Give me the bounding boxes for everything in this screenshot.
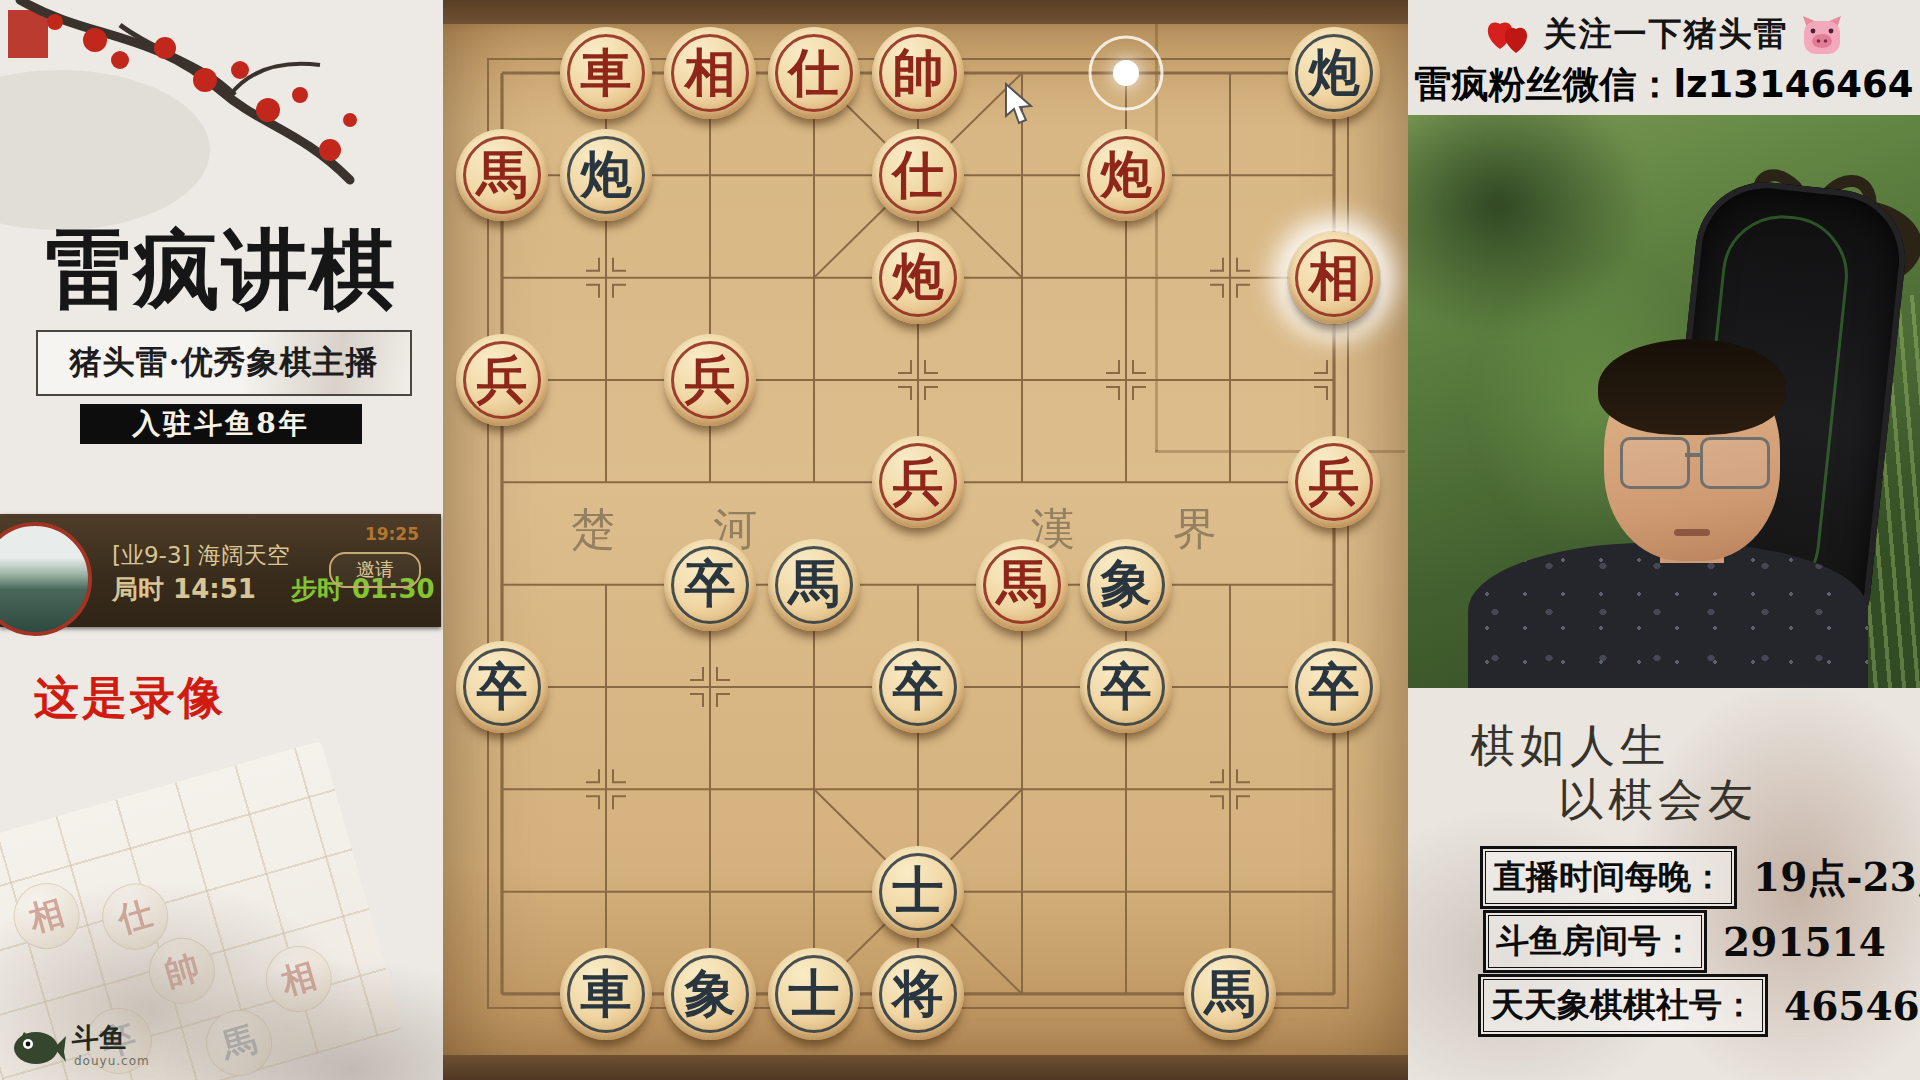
- xiangqi-piece-black-卒[interactable]: 卒: [456, 641, 548, 733]
- board-point[interactable]: 馬: [450, 124, 554, 226]
- board-point[interactable]: 兵: [1282, 431, 1386, 533]
- piece-glyph: 卒: [893, 653, 944, 722]
- board-point[interactable]: [658, 431, 762, 533]
- xiangqi-piece-black-馬[interactable]: 馬: [1184, 948, 1276, 1040]
- board-point[interactable]: [1282, 534, 1386, 636]
- board-point[interactable]: [658, 124, 762, 226]
- board-point[interactable]: [762, 738, 866, 840]
- streamer-hair: [1598, 339, 1786, 435]
- board-point[interactable]: 炮: [866, 227, 970, 329]
- board-point[interactable]: [554, 841, 658, 943]
- piece-glyph: 卒: [477, 653, 528, 722]
- streamer-mouth: [1674, 529, 1710, 536]
- glasses-bridge: [1685, 453, 1701, 457]
- board-point[interactable]: [762, 227, 866, 329]
- piece-glyph: 兵: [893, 448, 944, 517]
- douyu-url-text: douyu.com: [74, 1054, 150, 1068]
- board-point[interactable]: [658, 738, 762, 840]
- xiangqi-piece-black-象[interactable]: 象: [1080, 539, 1172, 631]
- board-point[interactable]: 兵: [658, 329, 762, 431]
- club-label: 天天象棋棋社号：: [1478, 974, 1768, 1037]
- xiangqi-board[interactable]: 楚 河 漢 界 車相仕帥炮馬炮仕炮炮相兵兵兵兵卒馬馬象卒卒卒卒士車象士将馬: [443, 0, 1408, 1080]
- board-point[interactable]: 象: [1074, 534, 1178, 636]
- board-point[interactable]: [1282, 841, 1386, 943]
- board-point[interactable]: 炮: [554, 124, 658, 226]
- board-point[interactable]: 相: [658, 22, 762, 124]
- piece-glyph: 車: [581, 960, 632, 1029]
- board-point[interactable]: [450, 22, 554, 124]
- board-point[interactable]: [658, 636, 762, 738]
- xiangqi-piece-red-仕[interactable]: 仕: [768, 27, 860, 119]
- board-point[interactable]: [1178, 22, 1282, 124]
- wechat-line: 雷疯粉丝微信：lz13146464: [1408, 60, 1920, 110]
- xiangqi-piece-black-卒[interactable]: 卒: [1288, 641, 1380, 733]
- xiangqi-piece-black-炮[interactable]: 炮: [1288, 27, 1380, 119]
- board-point[interactable]: [970, 431, 1074, 533]
- follow-banner: 关注一下猪头雷 雷疯粉丝微信：lz13146464: [1408, 0, 1920, 115]
- schedule-label: 直播时间每晚：: [1480, 846, 1737, 909]
- board-point[interactable]: [1074, 738, 1178, 840]
- game-time: 局时 14:51: [112, 574, 256, 604]
- xiangqi-piece-red-相[interactable]: 相: [1288, 232, 1380, 324]
- board-point[interactable]: [1178, 431, 1282, 533]
- board-point[interactable]: [554, 431, 658, 533]
- board-point[interactable]: 象: [658, 943, 762, 1045]
- douyu-watermark: 斗鱼 douyu.com: [10, 1018, 210, 1078]
- info-row-room: 斗鱼房间号： 291514: [1483, 910, 1886, 973]
- board-point[interactable]: [762, 329, 866, 431]
- board-point[interactable]: 仕: [762, 22, 866, 124]
- xiangqi-piece-black-車[interactable]: 車: [560, 948, 652, 1040]
- piece-glyph: 車: [581, 39, 632, 108]
- board-point[interactable]: [762, 431, 866, 533]
- piece-glyph: 卒: [685, 550, 736, 619]
- piece-glyph: 仕: [893, 141, 944, 210]
- subtitle-text: 猪头雷·优秀象棋主播: [69, 341, 378, 385]
- board-point[interactable]: [1074, 227, 1178, 329]
- xiangqi-piece-red-馬[interactable]: 馬: [456, 129, 548, 221]
- xiangqi-piece-black-将[interactable]: 将: [872, 948, 964, 1040]
- piece-glyph: 相: [1309, 243, 1360, 312]
- xiangqi-piece-black-馬[interactable]: 馬: [768, 539, 860, 631]
- board-point[interactable]: [970, 943, 1074, 1045]
- board-point[interactable]: 卒: [658, 534, 762, 636]
- board-point[interactable]: [554, 738, 658, 840]
- board-point[interactable]: [658, 841, 762, 943]
- info-row-club: 天天象棋棋社号： 465468: [1478, 974, 1920, 1037]
- piece-glyph: 将: [893, 960, 944, 1029]
- years-banner: 入驻斗鱼8年: [80, 404, 362, 444]
- board-point[interactable]: [1074, 431, 1178, 533]
- motto-line2: 以棋会友: [1558, 770, 1758, 830]
- board-point[interactable]: [554, 329, 658, 431]
- board-point[interactable]: [450, 431, 554, 533]
- xiangqi-piece-black-卒[interactable]: 卒: [664, 539, 756, 631]
- board-point[interactable]: 兵: [866, 431, 970, 533]
- board-point[interactable]: 相: [1282, 227, 1386, 329]
- board-point[interactable]: [762, 841, 866, 943]
- board-point[interactable]: [1282, 738, 1386, 840]
- streamer-torso: [1468, 543, 1868, 688]
- room-value: 291514: [1723, 919, 1886, 965]
- board-point[interactable]: [554, 227, 658, 329]
- info-area: 棋如人生 以棋会友 直播时间每晚： 19点-23点 斗鱼房间号： 291514 …: [1408, 688, 1920, 1080]
- xiangqi-piece-red-兵[interactable]: 兵: [1288, 436, 1380, 528]
- board-point[interactable]: 卒: [1282, 636, 1386, 738]
- invite-button[interactable]: 邀请: [329, 552, 421, 588]
- left-promo-panel: 雷疯讲棋 猪头雷·优秀象棋主播 入驻斗鱼8年 [业9-3] 海阔天空 局时 14…: [0, 0, 443, 1080]
- board-point[interactable]: [970, 738, 1074, 840]
- info-row-schedule: 直播时间每晚： 19点-23点: [1480, 846, 1920, 909]
- board-point[interactable]: 車: [554, 943, 658, 1045]
- board-point[interactable]: [970, 636, 1074, 738]
- xiangqi-piece-black-士[interactable]: 士: [768, 948, 860, 1040]
- pig-icon: [1801, 14, 1843, 56]
- xiangqi-piece-red-仕[interactable]: 仕: [872, 129, 964, 221]
- xiangqi-piece-black-象[interactable]: 象: [664, 948, 756, 1040]
- motto-line1: 棋如人生: [1470, 716, 1670, 776]
- board-point[interactable]: [658, 227, 762, 329]
- board-point[interactable]: [1178, 329, 1282, 431]
- board-points-grid[interactable]: 車相仕帥炮馬炮仕炮炮相兵兵兵兵卒馬馬象卒卒卒卒士車象士将馬: [450, 22, 1386, 1045]
- board-point[interactable]: 馬: [762, 534, 866, 636]
- board-point[interactable]: [866, 534, 970, 636]
- board-point[interactable]: 士: [762, 943, 866, 1045]
- board-point[interactable]: 馬: [1178, 943, 1282, 1045]
- mouse-cursor: [1002, 82, 1042, 128]
- board-point[interactable]: 炮: [1282, 22, 1386, 124]
- xiangqi-piece-red-炮[interactable]: 炮: [1080, 129, 1172, 221]
- board-point[interactable]: [970, 329, 1074, 431]
- webcam-view: [1408, 115, 1920, 688]
- opponent-avatar[interactable]: [0, 522, 92, 636]
- glasses-left-lens: [1620, 437, 1690, 489]
- piece-glyph: 仕: [789, 39, 840, 108]
- opponent-name: [业9-3] 海阔天空: [112, 540, 290, 571]
- xiangqi-piece-red-車[interactable]: 車: [560, 27, 652, 119]
- xiangqi-piece-black-卒[interactable]: 卒: [1080, 641, 1172, 733]
- board-point[interactable]: [762, 636, 866, 738]
- stream-title: 雷疯讲棋: [0, 212, 443, 329]
- piece-glyph: 卒: [1309, 653, 1360, 722]
- board-point[interactable]: [1074, 841, 1178, 943]
- xiangqi-piece-red-兵[interactable]: 兵: [872, 436, 964, 528]
- follow-text: 关注一下猪头雷: [1544, 12, 1789, 57]
- piece-glyph: 馬: [997, 550, 1048, 619]
- schedule-value: 19点-23点: [1753, 851, 1920, 905]
- xiangqi-piece-black-士[interactable]: 士: [872, 846, 964, 938]
- piece-glyph: 象: [685, 960, 736, 1029]
- board-point[interactable]: [866, 738, 970, 840]
- piece-glyph: 炮: [581, 141, 632, 210]
- xiangqi-piece-red-相[interactable]: 相: [664, 27, 756, 119]
- board-point[interactable]: 卒: [866, 636, 970, 738]
- glasses-right-lens: [1700, 437, 1770, 489]
- xiangqi-piece-black-炮[interactable]: 炮: [560, 129, 652, 221]
- room-label: 斗鱼房间号：: [1483, 910, 1707, 973]
- piece-glyph: 士: [789, 960, 840, 1029]
- board-point[interactable]: [1074, 329, 1178, 431]
- board-point[interactable]: 卒: [1074, 636, 1178, 738]
- xiangqi-piece-black-卒[interactable]: 卒: [872, 641, 964, 733]
- board-point[interactable]: [450, 534, 554, 636]
- board-point[interactable]: [1178, 124, 1282, 226]
- board-point[interactable]: 士: [866, 841, 970, 943]
- board-point[interactable]: [1074, 22, 1178, 124]
- subtitle-banner: 猪头雷·优秀象棋主播: [36, 330, 412, 396]
- piece-glyph: 兵: [685, 346, 736, 415]
- board-point[interactable]: [866, 329, 970, 431]
- board-point[interactable]: [1178, 636, 1282, 738]
- board-point[interactable]: [970, 227, 1074, 329]
- douyu-logo-text: 斗鱼: [72, 1020, 126, 1056]
- piece-glyph: 卒: [1101, 653, 1152, 722]
- piece-glyph: 士: [893, 857, 944, 926]
- douyu-fish-icon: [10, 1018, 66, 1074]
- years-banner-text: 入驻斗鱼8年: [132, 405, 309, 443]
- board-point[interactable]: [1282, 943, 1386, 1045]
- board-point[interactable]: 卒: [450, 636, 554, 738]
- piece-glyph: 象: [1101, 550, 1152, 619]
- xiangqi-piece-red-炮[interactable]: 炮: [872, 232, 964, 324]
- board-point[interactable]: 帥: [866, 22, 970, 124]
- board-point[interactable]: [1178, 841, 1282, 943]
- piece-glyph: 帥: [893, 39, 944, 108]
- xiangqi-piece-red-帥[interactable]: 帥: [872, 27, 964, 119]
- board-point[interactable]: [1178, 227, 1282, 329]
- board-point[interactable]: [1178, 738, 1282, 840]
- club-value: 465468: [1784, 983, 1920, 1029]
- xiangqi-piece-red-馬[interactable]: 馬: [976, 539, 1068, 631]
- board-point[interactable]: 将: [866, 943, 970, 1045]
- game-thumbnail-bar[interactable]: [业9-3] 海阔天空 局时 14:51 步时 01:30 19:25 邀请: [0, 514, 441, 627]
- follow-line: 关注一下猪头雷: [1408, 12, 1920, 57]
- board-point[interactable]: [450, 227, 554, 329]
- piece-glyph: 炮: [893, 243, 944, 312]
- board-point[interactable]: 馬: [970, 534, 1074, 636]
- board-point[interactable]: [970, 841, 1074, 943]
- board-point[interactable]: [554, 534, 658, 636]
- piece-glyph: 馬: [789, 550, 840, 619]
- board-point[interactable]: [1074, 943, 1178, 1045]
- board-point[interactable]: [970, 124, 1074, 226]
- board-point[interactable]: 車: [554, 22, 658, 124]
- board-point[interactable]: 仕: [866, 124, 970, 226]
- piece-glyph: 馬: [477, 141, 528, 210]
- board-point[interactable]: 兵: [450, 329, 554, 431]
- recording-note: 这是录像: [34, 668, 226, 728]
- board-point[interactable]: [1178, 534, 1282, 636]
- board-point[interactable]: [450, 943, 554, 1045]
- piece-glyph: 馬: [1205, 960, 1256, 1029]
- piece-glyph: 炮: [1309, 39, 1360, 108]
- board-point[interactable]: [554, 636, 658, 738]
- board-point[interactable]: [1282, 124, 1386, 226]
- xiangqi-piece-red-兵[interactable]: 兵: [456, 334, 548, 426]
- piece-glyph: 相: [685, 39, 736, 108]
- xiangqi-piece-red-兵[interactable]: 兵: [664, 334, 756, 426]
- board-point[interactable]: [1282, 329, 1386, 431]
- piece-glyph: 炮: [1101, 141, 1152, 210]
- board-point[interactable]: [762, 124, 866, 226]
- board-point[interactable]: [450, 738, 554, 840]
- hearts-icon: [1486, 15, 1532, 55]
- board-point[interactable]: 炮: [1074, 124, 1178, 226]
- piece-glyph: 兵: [477, 346, 528, 415]
- board-point[interactable]: [450, 841, 554, 943]
- piece-glyph: 兵: [1309, 448, 1360, 517]
- right-info-panel: 关注一下猪头雷 雷疯粉丝微信：lz13146464: [1408, 0, 1920, 1080]
- wall-clock: 19:25: [365, 524, 419, 544]
